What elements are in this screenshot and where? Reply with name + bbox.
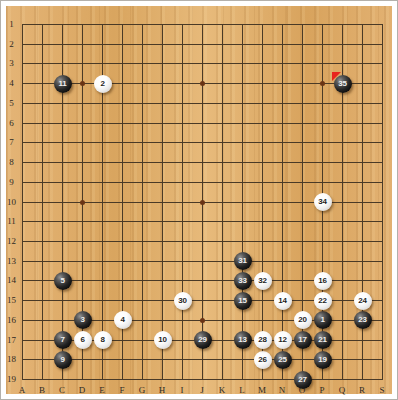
column-coordinate-label: R — [352, 384, 372, 397]
move-number: 30 — [178, 297, 186, 305]
row-coordinate-label: 9 — [6, 176, 17, 188]
stone-black-move-1[interactable]: 1 — [314, 311, 332, 329]
move-number: 17 — [298, 336, 306, 344]
row-coordinate-label: 6 — [6, 117, 17, 129]
row-coordinate-label: 16 — [6, 314, 17, 326]
move-number: 9 — [60, 356, 64, 364]
hoshi-point — [200, 81, 205, 86]
stone-black-move-31[interactable]: 31 — [234, 252, 252, 270]
stone-black-move-23[interactable]: 23 — [354, 311, 372, 329]
grid-line-horizontal — [22, 103, 383, 104]
move-number: 3 — [80, 316, 84, 324]
row-coordinate-label: 15 — [6, 294, 17, 306]
move-number: 7 — [60, 336, 64, 344]
move-number: 13 — [238, 336, 246, 344]
move-number: 15 — [238, 297, 246, 305]
move-number: 29 — [198, 336, 206, 344]
stone-white-move-30[interactable]: 30 — [174, 292, 192, 310]
column-coordinate-label: P — [312, 384, 332, 397]
stone-black-move-35[interactable]: 35 — [334, 75, 352, 93]
stone-white-move-32[interactable]: 32 — [254, 272, 272, 290]
move-number: 8 — [100, 336, 104, 344]
move-number: 2 — [100, 80, 104, 88]
grid-line-horizontal — [22, 261, 383, 262]
stone-black-move-5[interactable]: 5 — [54, 272, 72, 290]
column-coordinate-label: K — [212, 384, 232, 397]
grid-line-horizontal — [22, 241, 383, 242]
move-number: 34 — [318, 198, 326, 206]
row-coordinate-label: 7 — [6, 136, 17, 148]
go-board[interactable]: 12345678910111213141516171819ABCDEFGHIJK… — [6, 6, 392, 394]
stone-white-move-10[interactable]: 10 — [154, 331, 172, 349]
grid-line-horizontal — [22, 182, 383, 183]
stone-black-move-9[interactable]: 9 — [54, 351, 72, 369]
stone-black-move-29[interactable]: 29 — [194, 331, 212, 349]
column-coordinate-label: N — [272, 384, 292, 397]
row-coordinate-label: 10 — [6, 196, 17, 208]
column-coordinate-label: G — [132, 384, 152, 397]
row-coordinate-label: 5 — [6, 97, 17, 109]
move-number: 4 — [120, 316, 124, 324]
stone-black-move-21[interactable]: 21 — [314, 331, 332, 349]
column-coordinate-label: I — [172, 384, 192, 397]
move-number: 26 — [258, 356, 266, 364]
move-number: 33 — [238, 277, 246, 285]
move-number: 12 — [278, 336, 286, 344]
stone-black-move-3[interactable]: 3 — [74, 311, 92, 329]
stone-white-move-6[interactable]: 6 — [74, 331, 92, 349]
row-coordinate-label: 2 — [6, 38, 17, 50]
column-coordinate-label: A — [12, 384, 32, 397]
hoshi-point — [320, 81, 325, 86]
grid-line-horizontal — [22, 63, 383, 64]
hoshi-point — [80, 200, 85, 205]
stone-white-move-20[interactable]: 20 — [294, 311, 312, 329]
grid-line-horizontal — [22, 44, 383, 45]
move-number: 31 — [238, 257, 246, 265]
stone-white-move-22[interactable]: 22 — [314, 292, 332, 310]
stone-white-move-2[interactable]: 2 — [94, 75, 112, 93]
grid-line-horizontal — [22, 221, 383, 222]
row-coordinate-label: 1 — [6, 18, 17, 30]
go-board-window: 12345678910111213141516171819ABCDEFGHIJK… — [0, 0, 398, 400]
grid-line-horizontal — [22, 123, 383, 124]
stone-white-move-8[interactable]: 8 — [94, 331, 112, 349]
column-coordinate-label: Q — [332, 384, 352, 397]
column-coordinate-label: M — [252, 384, 272, 397]
move-number: 11 — [59, 80, 67, 88]
move-number: 14 — [278, 297, 286, 305]
stone-black-move-17[interactable]: 17 — [294, 331, 312, 349]
move-number: 19 — [318, 356, 326, 364]
column-coordinate-label: S — [372, 384, 392, 397]
column-coordinate-label: E — [92, 384, 112, 397]
stone-white-move-34[interactable]: 34 — [314, 193, 332, 211]
move-number: 23 — [358, 316, 366, 324]
move-number: 24 — [358, 297, 366, 305]
row-coordinate-label: 13 — [6, 255, 17, 267]
move-number: 16 — [318, 277, 326, 285]
move-number: 20 — [298, 316, 306, 324]
stone-black-move-15[interactable]: 15 — [234, 292, 252, 310]
row-coordinate-label: 12 — [6, 235, 17, 247]
move-number: 28 — [258, 336, 266, 344]
grid-line-horizontal — [22, 24, 383, 25]
row-coordinate-label: 3 — [6, 57, 17, 69]
row-coordinate-label: 8 — [6, 156, 17, 168]
stone-black-move-33[interactable]: 33 — [234, 272, 252, 290]
hoshi-point — [200, 318, 205, 323]
move-number: 1 — [320, 316, 324, 324]
row-coordinate-label: 17 — [6, 334, 17, 346]
row-coordinate-label: 11 — [6, 215, 17, 227]
grid-line-horizontal — [22, 162, 383, 163]
column-coordinate-label: B — [32, 384, 52, 397]
stone-black-move-13[interactable]: 13 — [234, 331, 252, 349]
hoshi-point — [200, 200, 205, 205]
stone-white-move-28[interactable]: 28 — [254, 331, 272, 349]
move-number: 6 — [80, 336, 84, 344]
stone-white-move-16[interactable]: 16 — [314, 272, 332, 290]
last-move-marker — [332, 72, 341, 81]
move-number: 35 — [338, 80, 346, 88]
row-coordinate-label: 4 — [6, 77, 17, 89]
move-number: 32 — [258, 277, 266, 285]
stone-black-move-7[interactable]: 7 — [54, 331, 72, 349]
move-number: 27 — [298, 376, 306, 384]
stone-black-move-19[interactable]: 19 — [314, 351, 332, 369]
stone-white-move-4[interactable]: 4 — [114, 311, 132, 329]
row-coordinate-label: 18 — [6, 353, 17, 365]
column-coordinate-label: D — [72, 384, 92, 397]
stone-white-move-12[interactable]: 12 — [274, 331, 292, 349]
stone-white-move-26[interactable]: 26 — [254, 351, 272, 369]
row-coordinate-label: 14 — [6, 274, 17, 286]
move-number: 10 — [158, 336, 166, 344]
stone-white-move-24[interactable]: 24 — [354, 292, 372, 310]
grid-line-horizontal — [22, 379, 383, 380]
column-coordinate-label: H — [152, 384, 172, 397]
column-coordinate-label: J — [192, 384, 212, 397]
stone-black-move-25[interactable]: 25 — [274, 351, 292, 369]
hoshi-point — [80, 81, 85, 86]
column-coordinate-label: L — [232, 384, 252, 397]
column-coordinate-label: C — [52, 384, 72, 397]
move-number: 21 — [318, 336, 326, 344]
stone-black-move-27[interactable]: 27 — [294, 371, 312, 389]
column-coordinate-label: F — [112, 384, 132, 397]
stone-black-move-11[interactable]: 11 — [54, 75, 72, 93]
move-number: 22 — [318, 297, 326, 305]
stone-white-move-14[interactable]: 14 — [274, 292, 292, 310]
grid-line-horizontal — [22, 142, 383, 143]
move-number: 5 — [60, 277, 64, 285]
move-number: 25 — [278, 356, 286, 364]
